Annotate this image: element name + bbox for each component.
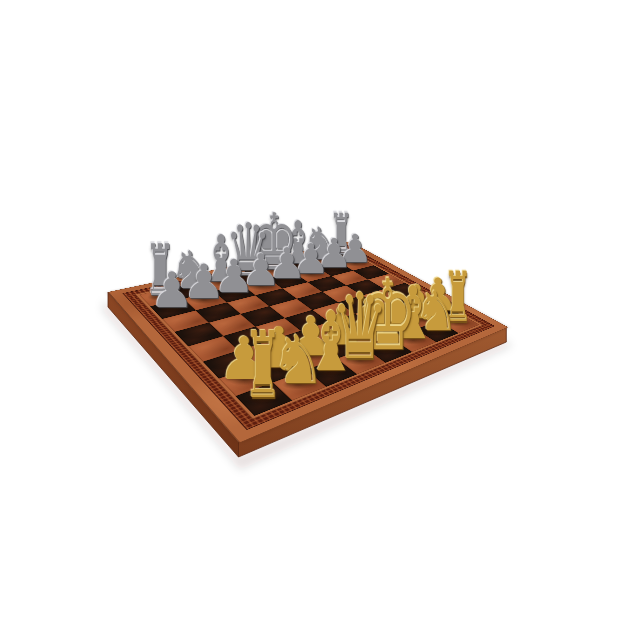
- chess-set-photo: ♜♞♟♝♟♚♟♛♟♝♟♞♟♜♟♟♟♟♜♟♞♟♝♟♚♟♛♟♝♟♞♜: [0, 0, 625, 625]
